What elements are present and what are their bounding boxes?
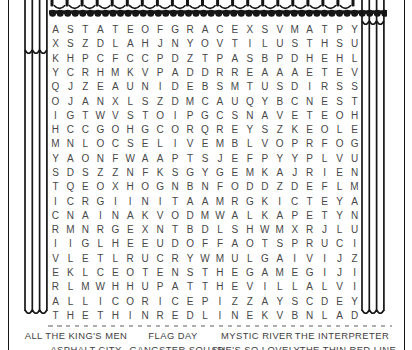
grid-cell[interactable]: N xyxy=(168,180,183,194)
grid-cell[interactable]: R xyxy=(93,223,108,237)
grid-cell[interactable]: U xyxy=(347,223,362,237)
grid-cell[interactable]: V xyxy=(272,309,287,323)
grid-cell[interactable]: I xyxy=(153,80,168,94)
grid-cell[interactable]: V xyxy=(332,280,347,294)
word-gangster-squad[interactable]: GANGSTER SQUAD xyxy=(130,344,225,350)
grid-cell[interactable]: E xyxy=(302,66,317,80)
grid-cell[interactable]: W xyxy=(257,223,272,237)
grid-cell[interactable]: T xyxy=(48,180,63,194)
grid-cell[interactable]: Z xyxy=(272,180,287,194)
grid-cell[interactable]: T xyxy=(138,109,153,123)
grid-cell[interactable]: H xyxy=(123,280,138,294)
grid-cell[interactable]: T xyxy=(78,23,93,37)
grid-cell[interactable]: R xyxy=(183,23,198,37)
grid-cell[interactable]: O xyxy=(123,266,138,280)
grid-cell[interactable]: T xyxy=(93,252,108,266)
grid-cell[interactable]: E xyxy=(287,109,302,123)
grid-cell[interactable]: A xyxy=(168,66,183,80)
grid-cell[interactable]: D xyxy=(183,209,198,223)
grid-cell[interactable]: A xyxy=(212,94,227,108)
grid-cell[interactable]: D xyxy=(287,52,302,66)
grid-cell[interactable]: B xyxy=(227,137,242,151)
grid-cell[interactable]: S xyxy=(198,152,213,166)
grid-cell[interactable]: P xyxy=(287,237,302,251)
grid-cell[interactable]: S xyxy=(63,23,78,37)
grid-cell[interactable]: O xyxy=(108,123,123,137)
grid-cell[interactable]: C xyxy=(63,123,78,137)
grid-cell[interactable]: C xyxy=(78,123,93,137)
grid-cell[interactable]: O xyxy=(317,123,332,137)
grid-cell[interactable]: F xyxy=(242,152,257,166)
grid-cell[interactable]: P xyxy=(272,52,287,66)
word-the-interpreter[interactable]: THE INTERPRETER xyxy=(295,330,389,341)
grid-cell[interactable]: L xyxy=(93,237,108,251)
grid-cell[interactable]: O xyxy=(242,237,257,251)
grid-cell[interactable]: R xyxy=(78,194,93,208)
grid-cell[interactable]: R xyxy=(212,66,227,80)
grid-cell[interactable]: S xyxy=(63,37,78,51)
grid-cell[interactable]: C xyxy=(198,94,213,108)
grid-cell[interactable]: L xyxy=(242,137,257,151)
grid-cell[interactable]: O xyxy=(168,123,183,137)
grid-cell[interactable]: E xyxy=(183,294,198,308)
grid-cell[interactable]: R xyxy=(302,137,317,151)
grid-cell[interactable]: A xyxy=(183,194,198,208)
word-mystic-river[interactable]: MYSTIC RIVER xyxy=(221,330,293,341)
grid-cell[interactable]: B xyxy=(198,80,213,94)
grid-cell[interactable]: H xyxy=(123,123,138,137)
grid-cell[interactable]: Z xyxy=(227,294,242,308)
grid-cell[interactable]: A xyxy=(123,37,138,51)
grid-cell[interactable]: D xyxy=(183,66,198,80)
grid-cell[interactable]: R xyxy=(302,237,317,251)
grid-cell[interactable]: E xyxy=(317,194,332,208)
grid-cell[interactable]: I xyxy=(63,237,78,251)
grid-cell[interactable]: Y xyxy=(198,166,213,180)
grid-cell[interactable]: A xyxy=(138,152,153,166)
grid-cell[interactable]: C xyxy=(168,294,183,308)
grid-cell[interactable]: C xyxy=(63,66,78,80)
grid-cell[interactable]: E xyxy=(227,23,242,37)
grid-cell[interactable]: S xyxy=(48,166,63,180)
grid-cell[interactable]: V xyxy=(332,152,347,166)
grid-cell[interactable]: L xyxy=(317,152,332,166)
word-all-the-kings-men[interactable]: ALL THE KING'S MEN xyxy=(25,330,128,341)
grid-cell[interactable]: A xyxy=(302,280,317,294)
grid-cell[interactable]: R xyxy=(302,166,317,180)
grid-cell[interactable]: E xyxy=(332,294,347,308)
grid-cell[interactable]: V xyxy=(272,23,287,37)
grid-cell[interactable]: D xyxy=(317,294,332,308)
grid-cell[interactable]: T xyxy=(48,309,63,323)
grid-cell[interactable]: Y xyxy=(287,152,302,166)
grid-cell[interactable]: R xyxy=(48,280,63,294)
grid-cell[interactable]: U xyxy=(257,80,272,94)
grid-cell[interactable]: I xyxy=(93,294,108,308)
grid-cell[interactable]: A xyxy=(272,209,287,223)
grid-cell[interactable]: I xyxy=(317,252,332,266)
grid-cell[interactable]: G xyxy=(63,109,78,123)
grid-cell[interactable]: E xyxy=(198,137,213,151)
grid-cell[interactable]: W xyxy=(93,109,108,123)
grid-cell[interactable]: E xyxy=(332,166,347,180)
grid-cell[interactable]: E xyxy=(242,66,257,80)
grid-cell[interactable]: S xyxy=(168,166,183,180)
grid-cell[interactable]: P xyxy=(257,152,272,166)
grid-cell[interactable]: S xyxy=(287,37,302,51)
grid-cell[interactable]: R xyxy=(168,252,183,266)
grid-cell[interactable]: R xyxy=(227,194,242,208)
grid-cell[interactable]: E xyxy=(227,166,242,180)
grid-cell[interactable]: A xyxy=(227,209,242,223)
grid-cell[interactable]: V xyxy=(212,37,227,51)
grid-cell[interactable]: L xyxy=(63,280,78,294)
grid-cell[interactable]: L xyxy=(332,123,347,137)
grid-cell[interactable]: H xyxy=(63,52,78,66)
grid-cell[interactable]: J xyxy=(63,94,78,108)
grid-cell[interactable]: O xyxy=(332,137,347,151)
grid-cell[interactable]: R xyxy=(183,123,198,137)
grid-cell[interactable]: L xyxy=(78,294,93,308)
grid-cell[interactable]: A xyxy=(123,209,138,223)
grid-cell[interactable]: V xyxy=(272,109,287,123)
grid-cell[interactable]: M xyxy=(48,137,63,151)
grid-cell[interactable]: O xyxy=(227,180,242,194)
grid-cell[interactable]: E xyxy=(168,309,183,323)
grid-cell[interactable]: Z xyxy=(242,294,257,308)
grid-cell[interactable]: I xyxy=(48,109,63,123)
grid-cell[interactable]: F xyxy=(108,152,123,166)
grid-cell[interactable]: G xyxy=(153,180,168,194)
grid-cell[interactable]: Y xyxy=(183,37,198,51)
grid-cell[interactable]: T xyxy=(93,309,108,323)
grid-cell[interactable]: S xyxy=(332,94,347,108)
grid-cell[interactable]: M xyxy=(212,252,227,266)
grid-cell[interactable]: R xyxy=(212,123,227,137)
grid-cell[interactable]: L xyxy=(63,294,78,308)
grid-cell[interactable]: V xyxy=(108,109,123,123)
grid-cell[interactable]: T xyxy=(168,223,183,237)
grid-cell[interactable]: P xyxy=(287,209,302,223)
grid-cell[interactable]: O xyxy=(93,137,108,151)
grid-cell[interactable]: S xyxy=(347,80,362,94)
grid-cell[interactable]: A xyxy=(153,152,168,166)
grid-cell[interactable]: O xyxy=(138,180,153,194)
grid-cell[interactable]: H xyxy=(242,223,257,237)
grid-cell[interactable]: S xyxy=(242,52,257,66)
grid-cell[interactable]: L xyxy=(63,252,78,266)
grid-cell[interactable]: Q xyxy=(242,94,257,108)
grid-cell[interactable]: L xyxy=(242,252,257,266)
grid-cell[interactable]: L xyxy=(287,280,302,294)
grid-cell[interactable]: G xyxy=(78,237,93,251)
grid-cell[interactable]: C xyxy=(138,52,153,66)
grid-cell[interactable]: A xyxy=(48,23,63,37)
grid-cell[interactable]: N xyxy=(347,166,362,180)
grid-cell[interactable]: O xyxy=(168,209,183,223)
grid-cell[interactable]: P xyxy=(153,280,168,294)
grid-cell[interactable]: S xyxy=(227,109,242,123)
grid-cell[interactable]: O xyxy=(138,23,153,37)
grid-cell[interactable]: E xyxy=(78,180,93,194)
grid-cell[interactable]: T xyxy=(198,280,213,294)
grid-cell[interactable]: I xyxy=(302,80,317,94)
grid-cell[interactable]: G xyxy=(93,123,108,137)
grid-cell[interactable]: E xyxy=(287,266,302,280)
word-asphalt-city[interactable]: ASPHALT CITY xyxy=(50,344,121,350)
grid-cell[interactable]: K xyxy=(257,166,272,180)
grid-cell[interactable]: O xyxy=(272,137,287,151)
grid-cell[interactable]: G xyxy=(242,194,257,208)
grid-cell[interactable]: O xyxy=(198,37,213,51)
grid-cell[interactable]: R xyxy=(123,252,138,266)
grid-cell[interactable]: F xyxy=(138,166,153,180)
grid-cell[interactable]: T xyxy=(198,52,213,66)
grid-cell[interactable]: C xyxy=(123,52,138,66)
grid-cell[interactable]: Z xyxy=(93,166,108,180)
grid-cell[interactable]: L xyxy=(212,223,227,237)
grid-cell[interactable]: K xyxy=(138,209,153,223)
grid-cell[interactable]: U xyxy=(227,252,242,266)
grid-cell[interactable]: J xyxy=(332,266,347,280)
grid-cell[interactable]: L xyxy=(317,309,332,323)
grid-cell[interactable]: Y xyxy=(48,66,63,80)
grid-cell[interactable]: J xyxy=(63,80,78,94)
word-the-thin-red-line[interactable]: THE THIN RED LINE xyxy=(300,344,397,350)
grid-cell[interactable]: I xyxy=(287,252,302,266)
grid-cell[interactable]: N xyxy=(63,137,78,151)
grid-cell[interactable]: M xyxy=(287,23,302,37)
grid-cell[interactable]: M xyxy=(198,209,213,223)
grid-cell[interactable]: S xyxy=(78,166,93,180)
grid-cell[interactable]: I xyxy=(123,194,138,208)
grid-cell[interactable]: R xyxy=(227,66,242,80)
grid-cell[interactable]: A xyxy=(347,194,362,208)
grid-cell[interactable]: D xyxy=(63,166,78,180)
grid-cell[interactable]: A xyxy=(272,66,287,80)
grid-cell[interactable]: A xyxy=(272,252,287,266)
grid-cell[interactable]: I xyxy=(153,194,168,208)
grid-cell[interactable]: Z xyxy=(153,94,168,108)
grid-cell[interactable]: M xyxy=(212,137,227,151)
grid-cell[interactable]: S xyxy=(272,80,287,94)
grid-cell[interactable]: H xyxy=(212,266,227,280)
grid-cell[interactable]: N xyxy=(138,309,153,323)
grid-cell[interactable]: M xyxy=(78,280,93,294)
grid-cell[interactable]: P xyxy=(287,137,302,151)
grid-cell[interactable]: Y xyxy=(183,252,198,266)
grid-cell[interactable]: E xyxy=(183,80,198,94)
grid-cell[interactable]: I xyxy=(317,266,332,280)
grid-cell[interactable]: D xyxy=(198,66,213,80)
grid-cell[interactable]: I xyxy=(347,237,362,251)
grid-cell[interactable]: V xyxy=(183,137,198,151)
grid-cell[interactable]: K xyxy=(153,166,168,180)
grid-cell[interactable]: C xyxy=(302,294,317,308)
grid-cell[interactable]: S xyxy=(212,80,227,94)
grid-cell[interactable]: G xyxy=(183,166,198,180)
grid-cell[interactable]: R xyxy=(317,80,332,94)
grid-cell[interactable]: T xyxy=(257,237,272,251)
grid-cell[interactable]: N xyxy=(93,94,108,108)
grid-cell[interactable]: A xyxy=(48,294,63,308)
grid-cell[interactable]: F xyxy=(153,23,168,37)
grid-cell[interactable]: Z xyxy=(347,252,362,266)
grid-cell[interactable]: H xyxy=(212,280,227,294)
grid-cell[interactable]: U xyxy=(153,237,168,251)
grid-cell[interactable]: J xyxy=(317,223,332,237)
grid-cell[interactable]: J xyxy=(287,166,302,180)
grid-cell[interactable]: D xyxy=(347,309,362,323)
grid-cell[interactable]: H xyxy=(108,237,123,251)
grid-cell[interactable]: X xyxy=(108,94,123,108)
grid-cell[interactable]: G xyxy=(138,123,153,137)
grid-cell[interactable]: L xyxy=(78,266,93,280)
grid-cell[interactable]: I xyxy=(123,309,138,323)
grid-cell[interactable]: U xyxy=(138,280,153,294)
grid-cell[interactable]: K xyxy=(257,194,272,208)
grid-cell[interactable]: O xyxy=(93,180,108,194)
grid-cell[interactable]: B xyxy=(257,52,272,66)
grid-cell[interactable]: N xyxy=(78,223,93,237)
grid-cell[interactable]: B xyxy=(287,309,302,323)
grid-cell[interactable]: T xyxy=(302,194,317,208)
grid-cell[interactable]: O xyxy=(123,294,138,308)
grid-cell[interactable]: C xyxy=(93,52,108,66)
grid-cell[interactable]: Z xyxy=(78,37,93,51)
grid-cell[interactable]: Y xyxy=(272,152,287,166)
grid-cell[interactable]: H xyxy=(317,37,332,51)
grid-cell[interactable]: D xyxy=(287,80,302,94)
grid-cell[interactable]: X xyxy=(242,23,257,37)
grid-cell[interactable]: L xyxy=(153,137,168,151)
grid-cell[interactable]: U xyxy=(317,237,332,251)
grid-cell[interactable]: A xyxy=(302,23,317,37)
grid-cell[interactable]: I xyxy=(108,194,123,208)
grid-cell[interactable]: A xyxy=(272,166,287,180)
grid-cell[interactable]: T xyxy=(347,94,362,108)
grid-cell[interactable]: A xyxy=(198,194,213,208)
grid-cell[interactable]: C xyxy=(332,237,347,251)
grid-cell[interactable]: O xyxy=(153,109,168,123)
grid-cell[interactable]: I xyxy=(272,194,287,208)
grid-cell[interactable]: D xyxy=(183,309,198,323)
grid-cell[interactable]: N xyxy=(138,194,153,208)
grid-cell[interactable]: M xyxy=(347,180,362,194)
grid-cell[interactable]: P xyxy=(212,52,227,66)
grid-cell[interactable]: H xyxy=(332,52,347,66)
grid-cell[interactable]: B xyxy=(183,223,198,237)
grid-cell[interactable]: L xyxy=(123,94,138,108)
grid-cell[interactable]: N xyxy=(63,209,78,223)
grid-cell[interactable]: N xyxy=(153,223,168,237)
grid-cell[interactable]: K xyxy=(287,123,302,137)
grid-cell[interactable]: Y xyxy=(347,294,362,308)
grid-cell[interactable]: E xyxy=(302,123,317,137)
grid-cell[interactable]: M xyxy=(272,266,287,280)
word-flag-day[interactable]: FLAG DAY xyxy=(148,330,197,341)
grid-cell[interactable]: N xyxy=(93,152,108,166)
grid-cell[interactable]: S xyxy=(272,237,287,251)
grid-cell[interactable]: U xyxy=(347,152,362,166)
grid-cell[interactable]: Q xyxy=(198,123,213,137)
grid-cell[interactable]: I xyxy=(153,294,168,308)
grid-cell[interactable]: I xyxy=(168,109,183,123)
grid-cell[interactable]: G xyxy=(93,194,108,208)
grid-cell[interactable]: K xyxy=(257,309,272,323)
grid-cell[interactable]: I xyxy=(168,137,183,151)
grid-cell[interactable]: I xyxy=(48,237,63,251)
grid-cell[interactable]: N xyxy=(242,109,257,123)
word-shes-so-lovely[interactable]: SHE'S SO LOVELY xyxy=(212,344,301,350)
grid-cell[interactable]: J xyxy=(332,252,347,266)
grid-cell[interactable]: T xyxy=(183,152,198,166)
grid-cell[interactable]: H xyxy=(347,109,362,123)
grid-cell[interactable]: R xyxy=(302,223,317,237)
grid-cell[interactable]: W xyxy=(198,252,213,266)
grid-cell[interactable]: V xyxy=(302,252,317,266)
grid-cell[interactable]: Q xyxy=(48,80,63,94)
grid-cell[interactable]: F xyxy=(212,180,227,194)
grid-cell[interactable]: T xyxy=(302,37,317,51)
grid-cell[interactable]: Q xyxy=(63,180,78,194)
grid-cell[interactable]: A xyxy=(78,209,93,223)
grid-cell[interactable]: Y xyxy=(257,94,272,108)
grid-cell[interactable]: T xyxy=(317,209,332,223)
grid-cell[interactable]: E xyxy=(227,123,242,137)
grid-cell[interactable]: C xyxy=(63,194,78,208)
grid-cell[interactable]: J xyxy=(153,37,168,51)
grid-cell[interactable]: L xyxy=(242,209,257,223)
grid-cell[interactable]: T xyxy=(317,23,332,37)
grid-cell[interactable]: Z xyxy=(108,166,123,180)
grid-cell[interactable]: K xyxy=(123,66,138,80)
grid-cell[interactable]: L xyxy=(347,52,362,66)
grid-cell[interactable]: U xyxy=(227,94,242,108)
grid-cell[interactable]: T xyxy=(302,109,317,123)
grid-cell[interactable]: C xyxy=(287,194,302,208)
grid-cell[interactable]: H xyxy=(123,180,138,194)
grid-cell[interactable]: A xyxy=(198,23,213,37)
grid-cell[interactable]: N xyxy=(227,309,242,323)
grid-cell[interactable]: I xyxy=(317,166,332,180)
grid-cell[interactable]: C xyxy=(108,294,123,308)
grid-cell[interactable]: C xyxy=(108,137,123,151)
grid-cell[interactable]: G xyxy=(257,252,272,266)
grid-cell[interactable]: N xyxy=(302,309,317,323)
grid-cell[interactable]: S xyxy=(257,23,272,37)
grid-cell[interactable]: V xyxy=(138,66,153,80)
grid-cell[interactable]: E xyxy=(123,223,138,237)
grid-cell[interactable]: K xyxy=(63,266,78,280)
grid-cell[interactable]: D xyxy=(242,180,257,194)
grid-cell[interactable]: U xyxy=(347,37,362,51)
grid-cell[interactable]: E xyxy=(302,209,317,223)
grid-cell[interactable]: S xyxy=(257,123,272,137)
grid-cell[interactable]: G xyxy=(168,23,183,37)
grid-cell[interactable]: I xyxy=(242,37,257,51)
grid-cell[interactable]: G xyxy=(302,266,317,280)
grid-cell[interactable]: L xyxy=(78,137,93,151)
grid-cell[interactable]: E xyxy=(332,66,347,80)
grid-cell[interactable]: L xyxy=(332,180,347,194)
grid-cell[interactable]: V xyxy=(48,252,63,266)
grid-cell[interactable]: A xyxy=(257,266,272,280)
grid-cell[interactable]: E xyxy=(227,152,242,166)
grid-cell[interactable]: B xyxy=(183,180,198,194)
grid-cell[interactable]: Y xyxy=(242,123,257,137)
grid-cell[interactable]: D xyxy=(93,37,108,51)
